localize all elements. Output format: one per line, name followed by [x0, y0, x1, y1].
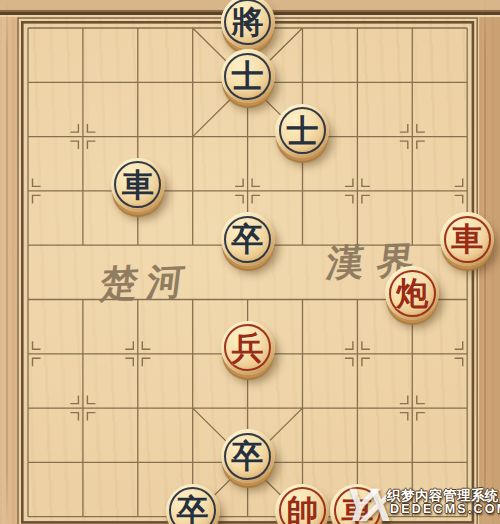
black-soldier[interactable]: 卒	[166, 484, 220, 524]
black-soldier[interactable]: 卒	[221, 212, 275, 266]
red-cannon[interactable]: 炮	[385, 266, 439, 320]
piece-glyph: 車	[111, 158, 165, 212]
piece-glyph: 士	[221, 49, 275, 103]
piece-glyph: 兵	[221, 321, 275, 375]
piece-glyph: 將	[221, 0, 275, 49]
piece-glyph: 卒	[221, 429, 275, 483]
piece-glyph: 帥	[275, 484, 329, 524]
black-advisor[interactable]: 士	[221, 49, 275, 103]
piece-glyph: 士	[275, 104, 329, 158]
black-soldier[interactable]: 卒	[221, 429, 275, 483]
pieces-grid: 將士士車卒車炮兵卒卒帥車	[1, 1, 495, 524]
xiangqi-board: 楚河 漢界 將士士車卒車炮兵卒卒帥車 YX 织梦内容管理系统 DEDECMS.C…	[0, 0, 500, 524]
watermark-logo: YX	[341, 477, 385, 524]
piece-glyph: 卒	[221, 212, 275, 266]
black-advisor[interactable]: 士	[275, 104, 329, 158]
red-soldier[interactable]: 兵	[221, 321, 275, 375]
watermark-text-domain: DEDECMS.COM	[390, 502, 500, 516]
red-general[interactable]: 帥	[275, 484, 329, 524]
black-general[interactable]: 將	[221, 0, 275, 49]
piece-glyph: 卒	[166, 484, 220, 524]
black-chariot[interactable]: 車	[111, 158, 165, 212]
red-chariot[interactable]: 車	[440, 212, 494, 266]
piece-glyph: 炮	[385, 266, 439, 320]
piece-glyph: 車	[440, 212, 494, 266]
